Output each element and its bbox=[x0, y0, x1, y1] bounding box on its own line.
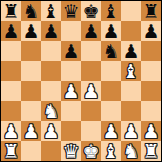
square-c7[interactable]: ♟ bbox=[41, 21, 61, 41]
square-c8[interactable]: ♝ bbox=[41, 1, 61, 21]
square-c6[interactable] bbox=[41, 41, 61, 61]
piece-black-rook[interactable]: ♜ bbox=[2, 1, 19, 20]
piece-black-knight[interactable]: ♞ bbox=[22, 1, 39, 20]
square-g5[interactable]: ♝ bbox=[121, 61, 141, 81]
square-b3[interactable] bbox=[21, 101, 41, 121]
square-c2[interactable]: ♟ bbox=[41, 121, 61, 141]
piece-black-pawn[interactable]: ♟ bbox=[142, 21, 159, 40]
piece-white-queen[interactable]: ♛ bbox=[62, 141, 79, 160]
square-g6[interactable]: ♟ bbox=[121, 41, 141, 61]
piece-black-pawn[interactable]: ♟ bbox=[62, 41, 79, 60]
square-a1[interactable]: ♜ bbox=[1, 141, 21, 161]
square-h6[interactable] bbox=[141, 41, 161, 61]
square-d7[interactable] bbox=[61, 21, 81, 41]
square-e1[interactable]: ♚ bbox=[81, 141, 101, 161]
piece-black-pawn[interactable]: ♟ bbox=[2, 21, 19, 40]
piece-black-pawn[interactable]: ♟ bbox=[82, 21, 99, 40]
square-h3[interactable] bbox=[141, 101, 161, 121]
square-d1[interactable]: ♛ bbox=[61, 141, 81, 161]
square-a8[interactable]: ♜ bbox=[1, 1, 21, 21]
square-d6[interactable]: ♟ bbox=[61, 41, 81, 61]
square-f5[interactable] bbox=[101, 61, 121, 81]
square-f8[interactable]: ♝ bbox=[101, 1, 121, 21]
square-e2[interactable] bbox=[81, 121, 101, 141]
square-e5[interactable] bbox=[81, 61, 101, 81]
square-c3[interactable]: ♞ bbox=[41, 101, 61, 121]
square-h8[interactable]: ♜ bbox=[141, 1, 161, 21]
piece-white-bishop[interactable]: ♝ bbox=[102, 141, 119, 160]
square-b6[interactable] bbox=[21, 41, 41, 61]
piece-white-pawn[interactable]: ♟ bbox=[142, 121, 159, 140]
square-e7[interactable]: ♟ bbox=[81, 21, 101, 41]
piece-white-pawn[interactable]: ♟ bbox=[122, 121, 139, 140]
piece-black-pawn[interactable]: ♟ bbox=[42, 21, 59, 40]
square-g4[interactable] bbox=[121, 81, 141, 101]
square-d8[interactable]: ♛ bbox=[61, 1, 81, 21]
piece-black-pawn[interactable]: ♟ bbox=[122, 41, 139, 60]
square-f6[interactable]: ♞ bbox=[101, 41, 121, 61]
piece-black-king[interactable]: ♚ bbox=[82, 1, 99, 20]
square-f2[interactable]: ♟ bbox=[101, 121, 121, 141]
piece-white-bishop[interactable]: ♝ bbox=[122, 61, 139, 80]
square-a4[interactable] bbox=[1, 81, 21, 101]
square-e6[interactable] bbox=[81, 41, 101, 61]
square-h1[interactable]: ♜ bbox=[141, 141, 161, 161]
square-d5[interactable] bbox=[61, 61, 81, 81]
square-b5[interactable] bbox=[21, 61, 41, 81]
chess-board: ♜♞♝♛♚♝♜♟♟♟♟♟♟♟♞♟♝♟♟♞♟♟♟♟♟♟♜♛♚♝♞♜ bbox=[0, 0, 162, 162]
square-f1[interactable]: ♝ bbox=[101, 141, 121, 161]
square-f4[interactable] bbox=[101, 81, 121, 101]
square-e4[interactable]: ♟ bbox=[81, 81, 101, 101]
square-a5[interactable] bbox=[1, 61, 21, 81]
square-g1[interactable]: ♞ bbox=[121, 141, 141, 161]
square-d2[interactable] bbox=[61, 121, 81, 141]
piece-black-pawn[interactable]: ♟ bbox=[22, 21, 39, 40]
piece-white-pawn[interactable]: ♟ bbox=[2, 121, 19, 140]
piece-black-knight[interactable]: ♞ bbox=[102, 41, 119, 60]
square-b2[interactable]: ♟ bbox=[21, 121, 41, 141]
square-d3[interactable] bbox=[61, 101, 81, 121]
piece-white-knight[interactable]: ♞ bbox=[122, 141, 139, 160]
square-b7[interactable]: ♟ bbox=[21, 21, 41, 41]
square-c5[interactable] bbox=[41, 61, 61, 81]
piece-black-bishop[interactable]: ♝ bbox=[42, 1, 59, 20]
piece-black-bishop[interactable]: ♝ bbox=[102, 1, 119, 20]
square-b8[interactable]: ♞ bbox=[21, 1, 41, 21]
piece-black-queen[interactable]: ♛ bbox=[62, 1, 79, 20]
square-e8[interactable]: ♚ bbox=[81, 1, 101, 21]
square-a7[interactable]: ♟ bbox=[1, 21, 21, 41]
piece-white-pawn[interactable]: ♟ bbox=[22, 121, 39, 140]
square-g8[interactable] bbox=[121, 1, 141, 21]
piece-white-rook[interactable]: ♜ bbox=[142, 141, 159, 160]
square-h2[interactable]: ♟ bbox=[141, 121, 161, 141]
square-g2[interactable]: ♟ bbox=[121, 121, 141, 141]
square-a2[interactable]: ♟ bbox=[1, 121, 21, 141]
piece-white-rook[interactable]: ♜ bbox=[2, 141, 19, 160]
piece-black-pawn[interactable]: ♟ bbox=[102, 21, 119, 40]
square-h7[interactable]: ♟ bbox=[141, 21, 161, 41]
square-g7[interactable] bbox=[121, 21, 141, 41]
square-c4[interactable] bbox=[41, 81, 61, 101]
square-f3[interactable] bbox=[101, 101, 121, 121]
piece-white-pawn[interactable]: ♟ bbox=[82, 81, 99, 100]
square-b1[interactable] bbox=[21, 141, 41, 161]
piece-white-pawn[interactable]: ♟ bbox=[62, 81, 79, 100]
square-h4[interactable] bbox=[141, 81, 161, 101]
piece-white-pawn[interactable]: ♟ bbox=[102, 121, 119, 140]
square-c1[interactable] bbox=[41, 141, 61, 161]
piece-white-king[interactable]: ♚ bbox=[82, 141, 99, 160]
square-f7[interactable]: ♟ bbox=[101, 21, 121, 41]
square-b4[interactable] bbox=[21, 81, 41, 101]
square-a3[interactable] bbox=[1, 101, 21, 121]
square-e3[interactable] bbox=[81, 101, 101, 121]
piece-white-knight[interactable]: ♞ bbox=[42, 101, 59, 120]
square-h5[interactable] bbox=[141, 61, 161, 81]
square-d4[interactable]: ♟ bbox=[61, 81, 81, 101]
square-a6[interactable] bbox=[1, 41, 21, 61]
piece-black-rook[interactable]: ♜ bbox=[142, 1, 159, 20]
piece-white-pawn[interactable]: ♟ bbox=[42, 121, 59, 140]
square-g3[interactable] bbox=[121, 101, 141, 121]
